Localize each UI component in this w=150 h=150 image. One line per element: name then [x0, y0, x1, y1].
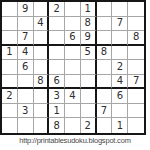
cell-r9c1[interactable]: [2, 118, 18, 133]
cell-r2c5[interactable]: [65, 17, 81, 32]
cell-r3c7[interactable]: [97, 31, 113, 46]
cell-r7c3[interactable]: [34, 89, 50, 104]
cell-r6c8[interactable]: 4: [112, 75, 128, 90]
cell-r4c9[interactable]: [128, 46, 144, 61]
cell-r7c1[interactable]: 2: [2, 89, 18, 104]
cell-r3c1[interactable]: [2, 31, 18, 46]
cell-r6c5[interactable]: [65, 75, 81, 90]
cell-r9c9[interactable]: [128, 118, 144, 133]
cell-r3c2[interactable]: 7: [18, 31, 34, 46]
cell-r8c1[interactable]: [2, 104, 18, 119]
cell-r9c7[interactable]: [97, 118, 113, 133]
cell-r8c8[interactable]: [112, 104, 128, 119]
cell-r1c7[interactable]: [97, 2, 113, 17]
cell-r1c2[interactable]: 9: [18, 2, 34, 17]
cell-r8c7[interactable]: 7: [97, 104, 113, 119]
sudoku-board: 921487769814586286472346317821: [0, 0, 146, 135]
cell-r5c6[interactable]: [81, 60, 97, 75]
cell-r4c3[interactable]: [34, 46, 50, 61]
cell-r7c2[interactable]: [18, 89, 34, 104]
cell-r2c1[interactable]: [2, 17, 18, 32]
cell-r6c9[interactable]: 7: [128, 75, 144, 90]
cell-r5c1[interactable]: [2, 60, 18, 75]
cell-r4c5[interactable]: [65, 46, 81, 61]
cell-r9c5[interactable]: [65, 118, 81, 133]
cell-r5c2[interactable]: 6: [18, 60, 34, 75]
cell-r1c3[interactable]: [34, 2, 50, 17]
cell-r2c6[interactable]: 8: [81, 17, 97, 32]
cell-r7c7[interactable]: [97, 89, 113, 104]
cell-r7c9[interactable]: [128, 89, 144, 104]
cell-r8c3[interactable]: [34, 104, 50, 119]
cell-r3c3[interactable]: [34, 31, 50, 46]
cell-r7c5[interactable]: 4: [65, 89, 81, 104]
cell-r5c7[interactable]: [97, 60, 113, 75]
cell-r3c8[interactable]: [112, 31, 128, 46]
cell-r9c8[interactable]: 1: [112, 118, 128, 133]
cell-r9c2[interactable]: [18, 118, 34, 133]
cell-r3c4[interactable]: [49, 31, 65, 46]
cell-r8c6[interactable]: [81, 104, 97, 119]
cell-r4c7[interactable]: 8: [97, 46, 113, 61]
cell-r3c6[interactable]: 9: [81, 31, 97, 46]
cell-r1c8[interactable]: [112, 2, 128, 17]
cell-r6c3[interactable]: 8: [34, 75, 50, 90]
cell-r8c5[interactable]: [65, 104, 81, 119]
cell-r5c8[interactable]: 2: [112, 60, 128, 75]
cell-r5c9[interactable]: [128, 60, 144, 75]
cell-r9c4[interactable]: 8: [49, 118, 65, 133]
cell-r4c6[interactable]: 5: [81, 46, 97, 61]
cell-r6c2[interactable]: [18, 75, 34, 90]
cell-r7c4[interactable]: 3: [49, 89, 65, 104]
cell-r7c6[interactable]: [81, 89, 97, 104]
cell-r1c1[interactable]: [2, 2, 18, 17]
cell-r6c4[interactable]: 6: [49, 75, 65, 90]
cell-r4c1[interactable]: 1: [2, 46, 18, 61]
cell-r1c4[interactable]: 2: [49, 2, 65, 17]
cell-r5c3[interactable]: [34, 60, 50, 75]
cell-r2c9[interactable]: [128, 17, 144, 32]
cell-r2c2[interactable]: [18, 17, 34, 32]
cell-r5c4[interactable]: [49, 60, 65, 75]
cell-r9c3[interactable]: [34, 118, 50, 133]
cell-r4c2[interactable]: 4: [18, 46, 34, 61]
cell-r8c2[interactable]: 3: [18, 104, 34, 119]
cell-r3c9[interactable]: 8: [128, 31, 144, 46]
cell-r8c9[interactable]: [128, 104, 144, 119]
source-url: http://printablesudoku.blogspot.com: [0, 136, 150, 145]
cell-r5c5[interactable]: [65, 60, 81, 75]
cell-r4c4[interactable]: [49, 46, 65, 61]
cell-r1c9[interactable]: [128, 2, 144, 17]
cell-r2c7[interactable]: [97, 17, 113, 32]
cell-r6c6[interactable]: [81, 75, 97, 90]
cell-r6c1[interactable]: [2, 75, 18, 90]
cell-r1c6[interactable]: 1: [81, 2, 97, 17]
cell-r7c8[interactable]: 6: [112, 89, 128, 104]
cell-r1c5[interactable]: [65, 2, 81, 17]
cell-r9c6[interactable]: 2: [81, 118, 97, 133]
cell-r3c5[interactable]: 6: [65, 31, 81, 46]
cell-r8c4[interactable]: 1: [49, 104, 65, 119]
cell-r2c3[interactable]: 4: [34, 17, 50, 32]
cell-r2c4[interactable]: [49, 17, 65, 32]
cell-r2c8[interactable]: 7: [112, 17, 128, 32]
cell-r4c8[interactable]: [112, 46, 128, 61]
cell-r6c7[interactable]: [97, 75, 113, 90]
